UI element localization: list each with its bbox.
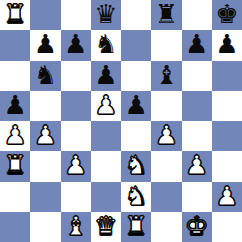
- chess-board: ♜♛♜♚♟♟♞♟♟♞♟♝♟♟♟♟♟♟♜♟♞♟♞♟♝♛♜♚: [0, 0, 242, 242]
- square-h1[interactable]: [212, 212, 242, 242]
- square-f3[interactable]: [151, 151, 181, 181]
- square-d6[interactable]: ♟: [91, 61, 121, 91]
- square-e6[interactable]: [121, 61, 151, 91]
- square-f7[interactable]: [151, 30, 181, 60]
- piece-wB-c1[interactable]: ♝: [64, 212, 87, 241]
- square-f8[interactable]: ♜: [151, 0, 181, 30]
- square-a4[interactable]: ♟: [0, 121, 30, 151]
- square-h6[interactable]: [212, 61, 242, 91]
- square-b3[interactable]: [30, 151, 60, 181]
- square-c1[interactable]: ♝: [61, 212, 91, 242]
- piece-bR-f8[interactable]: ♜: [155, 0, 178, 29]
- square-d7[interactable]: ♞: [91, 30, 121, 60]
- piece-wR-a8[interactable]: ♜: [3, 0, 26, 29]
- square-a1[interactable]: [0, 212, 30, 242]
- square-a2[interactable]: [0, 182, 30, 212]
- square-f1[interactable]: [151, 212, 181, 242]
- piece-bP-a5[interactable]: ♟: [3, 91, 26, 120]
- square-h8[interactable]: ♚: [212, 0, 242, 30]
- square-e4[interactable]: [121, 121, 151, 151]
- piece-bP-d6[interactable]: ♟: [94, 61, 117, 90]
- square-d2[interactable]: [91, 182, 121, 212]
- square-d1[interactable]: ♛: [91, 212, 121, 242]
- square-f6[interactable]: ♝: [151, 61, 181, 91]
- square-h2[interactable]: ♟: [212, 182, 242, 212]
- piece-bP-h7[interactable]: ♟: [215, 30, 238, 59]
- square-c6[interactable]: [61, 61, 91, 91]
- piece-bK-h8[interactable]: ♚: [215, 0, 238, 29]
- square-g6[interactable]: [182, 61, 212, 91]
- square-g1[interactable]: ♚: [182, 212, 212, 242]
- square-h3[interactable]: [212, 151, 242, 181]
- piece-wK-g1[interactable]: ♚: [185, 212, 208, 241]
- square-h4[interactable]: [212, 121, 242, 151]
- square-f4[interactable]: ♟: [151, 121, 181, 151]
- square-g4[interactable]: [182, 121, 212, 151]
- square-g3[interactable]: ♟: [182, 151, 212, 181]
- piece-wP-f4[interactable]: ♟: [155, 121, 178, 150]
- square-d3[interactable]: [91, 151, 121, 181]
- square-d4[interactable]: [91, 121, 121, 151]
- square-e7[interactable]: [121, 30, 151, 60]
- square-c8[interactable]: [61, 0, 91, 30]
- piece-bP-b7[interactable]: ♟: [34, 30, 57, 59]
- square-e8[interactable]: [121, 0, 151, 30]
- piece-bQ-d8[interactable]: ♛: [94, 0, 117, 29]
- piece-wR-e1[interactable]: ♜: [124, 212, 147, 241]
- square-a7[interactable]: [0, 30, 30, 60]
- piece-bN-b6[interactable]: ♞: [34, 61, 57, 90]
- piece-wP-a4[interactable]: ♟: [3, 121, 26, 150]
- piece-wP-d5[interactable]: ♟: [94, 91, 117, 120]
- piece-wN-e2[interactable]: ♞: [124, 182, 147, 211]
- square-g2[interactable]: [182, 182, 212, 212]
- piece-wN-e3[interactable]: ♞: [124, 151, 147, 180]
- square-b8[interactable]: [30, 0, 60, 30]
- square-e3[interactable]: ♞: [121, 151, 151, 181]
- square-b2[interactable]: [30, 182, 60, 212]
- piece-wR-a3[interactable]: ♜: [3, 151, 26, 180]
- square-g8[interactable]: [182, 0, 212, 30]
- square-g5[interactable]: [182, 91, 212, 121]
- piece-wP-c3[interactable]: ♟: [64, 151, 87, 180]
- square-c5[interactable]: [61, 91, 91, 121]
- square-b4[interactable]: ♟: [30, 121, 60, 151]
- square-h7[interactable]: ♟: [212, 30, 242, 60]
- square-c3[interactable]: ♟: [61, 151, 91, 181]
- square-c4[interactable]: [61, 121, 91, 151]
- square-e2[interactable]: ♞: [121, 182, 151, 212]
- square-a8[interactable]: ♜: [0, 0, 30, 30]
- square-b5[interactable]: [30, 91, 60, 121]
- piece-wQ-d1[interactable]: ♛: [94, 212, 117, 241]
- square-c7[interactable]: ♟: [61, 30, 91, 60]
- square-e5[interactable]: ♟: [121, 91, 151, 121]
- square-d8[interactable]: ♛: [91, 0, 121, 30]
- piece-bP-g7[interactable]: ♟: [185, 30, 208, 59]
- square-a5[interactable]: ♟: [0, 91, 30, 121]
- square-a3[interactable]: ♜: [0, 151, 30, 181]
- piece-bP-c7[interactable]: ♟: [64, 30, 87, 59]
- square-a6[interactable]: [0, 61, 30, 91]
- square-b6[interactable]: ♞: [30, 61, 60, 91]
- piece-wP-b4[interactable]: ♟: [34, 121, 57, 150]
- piece-bP-e5[interactable]: ♟: [124, 91, 147, 120]
- square-d5[interactable]: ♟: [91, 91, 121, 121]
- square-b1[interactable]: [30, 212, 60, 242]
- square-c2[interactable]: [61, 182, 91, 212]
- square-f2[interactable]: [151, 182, 181, 212]
- piece-wP-g3[interactable]: ♟: [185, 151, 208, 180]
- square-h5[interactable]: [212, 91, 242, 121]
- square-b7[interactable]: ♟: [30, 30, 60, 60]
- piece-bB-f6[interactable]: ♝: [155, 61, 178, 90]
- square-e1[interactable]: ♜: [121, 212, 151, 242]
- piece-bN-d7[interactable]: ♞: [94, 30, 117, 59]
- square-g7[interactable]: ♟: [182, 30, 212, 60]
- square-f5[interactable]: [151, 91, 181, 121]
- piece-wP-h2[interactable]: ♟: [215, 182, 238, 211]
